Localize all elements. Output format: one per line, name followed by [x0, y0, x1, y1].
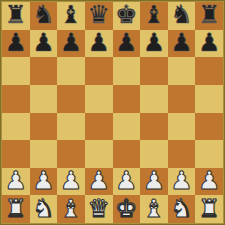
square-f8[interactable]: ♝: [140, 2, 168, 30]
square-d2[interactable]: ♟: [85, 168, 113, 196]
square-h6[interactable]: [195, 57, 223, 85]
white-queen[interactable]: ♛: [87, 196, 109, 221]
white-pawn[interactable]: ♟: [143, 168, 165, 193]
square-a4[interactable]: [2, 113, 30, 141]
black-pawn[interactable]: ♟: [170, 30, 192, 55]
white-pawn[interactable]: ♟: [198, 168, 220, 193]
square-g6[interactable]: [168, 57, 196, 85]
chess-board: ♜♞♝♛♚♝♞♜♟♟♟♟♟♟♟♟♟♟♟♟♟♟♟♟♜♞♝♛♚♝♞♜: [2, 2, 223, 223]
square-h4[interactable]: [195, 113, 223, 141]
square-c2[interactable]: ♟: [57, 168, 85, 196]
square-a7[interactable]: ♟: [2, 30, 30, 58]
square-c4[interactable]: [57, 113, 85, 141]
square-b2[interactable]: ♟: [30, 168, 58, 196]
white-pawn[interactable]: ♟: [115, 168, 137, 193]
black-knight[interactable]: ♞: [170, 2, 192, 27]
square-e5[interactable]: [113, 85, 141, 113]
black-knight[interactable]: ♞: [32, 2, 54, 27]
square-g7[interactable]: ♟: [168, 30, 196, 58]
square-h3[interactable]: [195, 140, 223, 168]
white-bishop[interactable]: ♝: [60, 196, 82, 221]
square-g2[interactable]: ♟: [168, 168, 196, 196]
black-pawn[interactable]: ♟: [115, 30, 137, 55]
white-king[interactable]: ♚: [115, 196, 137, 221]
square-e4[interactable]: [113, 113, 141, 141]
white-pawn[interactable]: ♟: [170, 168, 192, 193]
black-bishop[interactable]: ♝: [143, 2, 165, 27]
square-h8[interactable]: ♜: [195, 2, 223, 30]
square-a3[interactable]: [2, 140, 30, 168]
square-d6[interactable]: [85, 57, 113, 85]
white-pawn[interactable]: ♟: [60, 168, 82, 193]
square-d7[interactable]: ♟: [85, 30, 113, 58]
square-h7[interactable]: ♟: [195, 30, 223, 58]
square-d8[interactable]: ♛: [85, 2, 113, 30]
square-h2[interactable]: ♟: [195, 168, 223, 196]
square-e1[interactable]: ♚: [113, 195, 141, 223]
square-e6[interactable]: [113, 57, 141, 85]
black-rook[interactable]: ♜: [5, 2, 27, 27]
black-pawn[interactable]: ♟: [87, 30, 109, 55]
black-pawn[interactable]: ♟: [32, 30, 54, 55]
square-a8[interactable]: ♜: [2, 2, 30, 30]
square-c3[interactable]: [57, 140, 85, 168]
square-d3[interactable]: [85, 140, 113, 168]
square-c1[interactable]: ♝: [57, 195, 85, 223]
square-f4[interactable]: [140, 113, 168, 141]
square-b4[interactable]: [30, 113, 58, 141]
square-b5[interactable]: [30, 85, 58, 113]
square-c6[interactable]: [57, 57, 85, 85]
square-d1[interactable]: ♛: [85, 195, 113, 223]
black-bishop[interactable]: ♝: [60, 2, 82, 27]
square-a5[interactable]: [2, 85, 30, 113]
square-c8[interactable]: ♝: [57, 2, 85, 30]
white-knight[interactable]: ♞: [32, 196, 54, 221]
white-knight[interactable]: ♞: [170, 196, 192, 221]
white-rook[interactable]: ♜: [198, 196, 220, 221]
square-d4[interactable]: [85, 113, 113, 141]
black-pawn[interactable]: ♟: [60, 30, 82, 55]
black-pawn[interactable]: ♟: [5, 30, 27, 55]
square-b6[interactable]: [30, 57, 58, 85]
square-f3[interactable]: [140, 140, 168, 168]
square-c7[interactable]: ♟: [57, 30, 85, 58]
black-pawn[interactable]: ♟: [198, 30, 220, 55]
white-bishop[interactable]: ♝: [143, 196, 165, 221]
square-g1[interactable]: ♞: [168, 195, 196, 223]
square-c5[interactable]: [57, 85, 85, 113]
square-g3[interactable]: [168, 140, 196, 168]
square-b8[interactable]: ♞: [30, 2, 58, 30]
black-rook[interactable]: ♜: [198, 2, 220, 27]
chess-board-frame: ♜♞♝♛♚♝♞♜♟♟♟♟♟♟♟♟♟♟♟♟♟♟♟♟♜♞♝♛♚♝♞♜: [0, 0, 225, 225]
square-g4[interactable]: [168, 113, 196, 141]
square-f1[interactable]: ♝: [140, 195, 168, 223]
white-rook[interactable]: ♜: [5, 196, 27, 221]
square-a2[interactable]: ♟: [2, 168, 30, 196]
square-d5[interactable]: [85, 85, 113, 113]
black-king[interactable]: ♚: [115, 2, 137, 27]
square-e8[interactable]: ♚: [113, 2, 141, 30]
square-e2[interactable]: ♟: [113, 168, 141, 196]
white-pawn[interactable]: ♟: [32, 168, 54, 193]
square-g8[interactable]: ♞: [168, 2, 196, 30]
white-pawn[interactable]: ♟: [5, 168, 27, 193]
square-f2[interactable]: ♟: [140, 168, 168, 196]
square-h1[interactable]: ♜: [195, 195, 223, 223]
square-a1[interactable]: ♜: [2, 195, 30, 223]
square-b7[interactable]: ♟: [30, 30, 58, 58]
square-b3[interactable]: [30, 140, 58, 168]
square-h5[interactable]: [195, 85, 223, 113]
square-f5[interactable]: [140, 85, 168, 113]
black-queen[interactable]: ♛: [87, 2, 109, 27]
square-f6[interactable]: [140, 57, 168, 85]
square-a6[interactable]: [2, 57, 30, 85]
white-pawn[interactable]: ♟: [87, 168, 109, 193]
square-e3[interactable]: [113, 140, 141, 168]
square-e7[interactable]: ♟: [113, 30, 141, 58]
square-g5[interactable]: [168, 85, 196, 113]
square-b1[interactable]: ♞: [30, 195, 58, 223]
square-f7[interactable]: ♟: [140, 30, 168, 58]
black-pawn[interactable]: ♟: [143, 30, 165, 55]
